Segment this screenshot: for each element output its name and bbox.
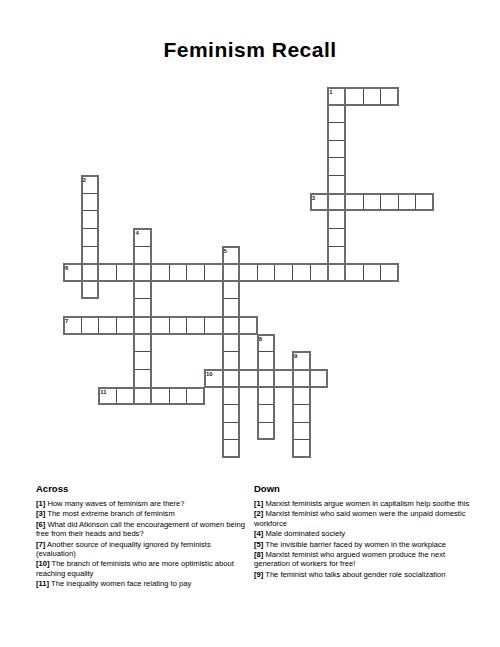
clue-number: [10] <box>36 559 50 568</box>
grid-cell[interactable] <box>363 263 382 282</box>
grid-cell[interactable] <box>327 228 346 247</box>
grid-cell[interactable] <box>274 263 293 282</box>
grid-cell[interactable] <box>222 298 241 317</box>
across-clue-list: [1] How many waves of feminism are there… <box>36 499 246 589</box>
cell-number: 6 <box>65 265 68 271</box>
grid-cell[interactable] <box>292 404 311 423</box>
grid-cell[interactable] <box>239 263 258 282</box>
grid-cell[interactable] <box>133 246 152 265</box>
grid-cell[interactable] <box>327 193 346 212</box>
grid-cell[interactable] <box>116 263 135 282</box>
cell-number: 4 <box>135 230 138 236</box>
page-title: Feminism Recall <box>0 38 500 62</box>
cell-number: 11 <box>100 389 106 395</box>
grid-cell[interactable] <box>222 369 241 388</box>
grid-cell[interactable] <box>81 228 100 247</box>
clue-number: [3] <box>36 509 45 518</box>
grid-cell[interactable] <box>116 387 135 406</box>
clue-item: [4] Male dominated society <box>254 529 470 539</box>
grid-cell[interactable] <box>169 387 188 406</box>
grid-cell[interactable] <box>204 263 223 282</box>
grid-cell[interactable] <box>239 369 258 388</box>
grid-cell[interactable] <box>151 387 170 406</box>
grid-cell[interactable] <box>133 316 152 335</box>
grid-cell[interactable] <box>222 387 241 406</box>
clue-number: [1] <box>254 499 263 508</box>
grid-cell[interactable] <box>257 404 276 423</box>
grid-cell[interactable] <box>222 422 241 441</box>
cell-number: 8 <box>259 336 262 342</box>
clue-item: [7] Another source of inequality ignored… <box>36 540 246 559</box>
clue-item: [3] The most extreme branch of feminism <box>36 509 246 519</box>
grid-cell[interactable] <box>257 369 276 388</box>
cell-number: 1 <box>329 89 332 95</box>
grid-cell[interactable] <box>222 334 241 353</box>
clue-number: [8] <box>254 550 263 559</box>
grid-cell[interactable] <box>257 387 276 406</box>
clue-number: [7] <box>36 540 45 549</box>
clue-item: [1] Marxist feminists argue women in cap… <box>254 499 470 509</box>
clue-item: [2] Marxist feminist who said women were… <box>254 509 470 528</box>
grid-cell[interactable] <box>327 105 346 124</box>
cell-number: 2 <box>83 177 86 183</box>
cell-number: 3 <box>312 195 315 201</box>
clue-item: [11] The inequality women face relating … <box>36 579 246 589</box>
cell-number: 10 <box>206 371 213 377</box>
grid-cell[interactable] <box>239 316 258 335</box>
cell-number: 9 <box>294 353 297 359</box>
grid-cell[interactable] <box>169 316 188 335</box>
grid-cell[interactable] <box>327 157 346 176</box>
clue-item: [1] How many waves of feminism are there… <box>36 499 246 509</box>
grid-cell[interactable] <box>327 210 346 229</box>
grid-cell[interactable] <box>222 404 241 423</box>
grid-cell[interactable] <box>133 334 152 353</box>
grid-cell[interactable] <box>380 263 399 282</box>
grid-cell[interactable] <box>133 263 152 282</box>
grid-cell[interactable] <box>133 387 152 406</box>
grid-cell[interactable] <box>327 246 346 265</box>
grid-cell[interactable] <box>133 281 152 300</box>
clue-number: [2] <box>254 509 263 518</box>
grid-cell[interactable] <box>345 193 364 212</box>
grid-cell[interactable] <box>222 263 241 282</box>
grid-cell[interactable] <box>310 369 329 388</box>
grid-cell[interactable] <box>186 316 205 335</box>
grid-cell[interactable] <box>363 87 382 106</box>
grid-cell[interactable] <box>81 316 100 335</box>
grid-cell[interactable] <box>116 316 135 335</box>
grid-cell[interactable] <box>257 351 276 370</box>
clue-number: [11] <box>36 579 49 588</box>
clue-item: [5] The invisible barrier faced by women… <box>254 540 470 550</box>
grid-cell[interactable] <box>222 316 241 335</box>
grid-cell[interactable] <box>81 246 100 265</box>
across-clues-section: Across [1] How many waves of feminism ar… <box>36 483 246 590</box>
down-clue-list: [1] Marxist feminists argue women in cap… <box>254 499 470 579</box>
grid-cell[interactable] <box>292 369 311 388</box>
grid-cell[interactable] <box>415 193 434 212</box>
grid-cell[interactable] <box>257 263 276 282</box>
crossword-page: Feminism Recall 1234567891011 Across [1]… <box>0 0 500 647</box>
grid-cell[interactable] <box>151 263 170 282</box>
grid-cell[interactable] <box>98 263 117 282</box>
clue-item: [8] Marxist feminist who argued women pr… <box>254 550 470 569</box>
clue-number: [6] <box>36 520 45 529</box>
grid-cell[interactable] <box>169 263 188 282</box>
grid-cell[interactable] <box>327 140 346 159</box>
grid-cell[interactable] <box>133 298 152 317</box>
grid-cell[interactable] <box>222 281 241 300</box>
grid-cell[interactable] <box>292 422 311 441</box>
grid-cell[interactable] <box>327 122 346 141</box>
down-clues-section: Down [1] Marxist feminists argue women i… <box>254 483 470 580</box>
grid-cell[interactable] <box>133 351 152 370</box>
grid-cell[interactable] <box>204 316 223 335</box>
grid-cell[interactable] <box>186 387 205 406</box>
grid-cell[interactable] <box>327 175 346 194</box>
grid-cell[interactable] <box>292 263 311 282</box>
grid-cell[interactable] <box>257 422 276 441</box>
cell-number: 7 <box>65 318 68 324</box>
clue-item: [9] The feminist who talks about gender … <box>254 570 470 580</box>
grid-cell[interactable] <box>81 210 100 229</box>
grid-cell[interactable] <box>222 351 241 370</box>
clue-number: [4] <box>254 529 263 538</box>
grid-cell[interactable] <box>222 439 241 458</box>
across-header: Across <box>36 483 246 495</box>
grid-cell[interactable] <box>292 439 311 458</box>
down-header: Down <box>254 483 470 495</box>
clue-item: [6] What did Atkinson call the encourage… <box>36 520 246 539</box>
grid-cell[interactable] <box>98 316 117 335</box>
grid-cell[interactable] <box>81 281 100 300</box>
crossword-grid: 1234567891011 <box>63 87 434 458</box>
grid-cell[interactable] <box>345 87 364 106</box>
clue-item: [10] The branch of feminists who are mor… <box>36 559 246 578</box>
grid-cell[interactable] <box>186 263 205 282</box>
grid-cell[interactable] <box>151 316 170 335</box>
clue-number: [1] <box>36 499 45 508</box>
grid-cell[interactable] <box>292 387 311 406</box>
grid-cell[interactable] <box>345 263 364 282</box>
clue-number: [9] <box>254 570 263 579</box>
grid-cell[interactable] <box>380 193 399 212</box>
grid-cell[interactable] <box>398 193 417 212</box>
grid-cell[interactable] <box>327 263 346 282</box>
grid-cell[interactable] <box>310 263 329 282</box>
grid-cell[interactable] <box>81 263 100 282</box>
grid-cell[interactable] <box>274 369 293 388</box>
clue-number: [5] <box>254 540 263 549</box>
grid-cell[interactable] <box>363 193 382 212</box>
grid-cell[interactable] <box>380 87 399 106</box>
grid-cell[interactable] <box>81 193 100 212</box>
cell-number: 5 <box>224 248 227 254</box>
